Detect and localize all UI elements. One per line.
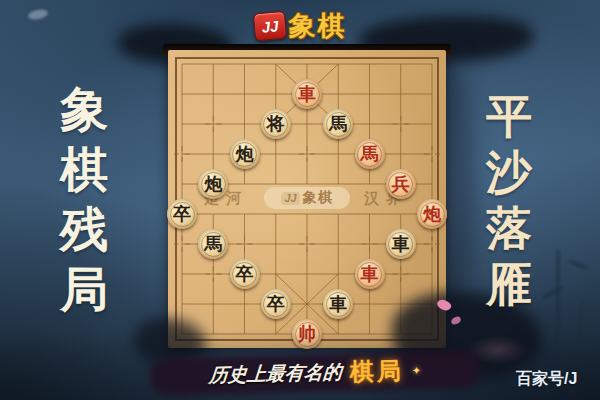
title-char: 象	[60, 80, 108, 140]
jj-logo-icon: JJ	[252, 11, 286, 42]
piece-red-車[interactable]: 車	[292, 79, 322, 109]
title-char: 局	[60, 260, 108, 320]
pieces-layer: 車将馬炮馬炮兵卒炮馬車卒車卒車帅	[168, 50, 446, 348]
jj-xiangqi-logo: JJ 象棋	[0, 8, 600, 44]
xiangqi-board: 楚河 汉界 JJ 象棋 車将馬炮馬炮兵卒炮馬車卒車卒車帅	[168, 50, 446, 348]
logo-title: 象棋	[289, 8, 347, 44]
caption-highlight: 棋局	[349, 355, 404, 388]
left-vertical-title: 象棋残局	[60, 80, 108, 320]
piece-red-炮[interactable]: 炮	[417, 199, 447, 229]
piece-red-車[interactable]: 車	[355, 259, 385, 289]
bamboo-leaf	[540, 284, 565, 301]
piece-black-馬[interactable]: 馬	[323, 109, 353, 139]
title-char: 残	[60, 200, 108, 260]
title-char: 沙	[486, 144, 532, 200]
piece-red-兵[interactable]: 兵	[386, 169, 416, 199]
screenshot-root: JJ 象棋 象棋残局 平沙落雁 楚河 汉界 JJ 象棋 車将馬炮馬炮兵卒炮馬車卒…	[0, 0, 600, 400]
title-char: 平	[486, 88, 532, 144]
right-vertical-title: 平沙落雁	[486, 88, 532, 312]
title-char: 雁	[486, 256, 532, 312]
piece-black-車[interactable]: 車	[386, 229, 416, 259]
piece-black-炮[interactable]: 炮	[198, 169, 228, 199]
title-char: 棋	[60, 140, 108, 200]
baijiahao-watermark: 百家号/J	[516, 369, 577, 390]
bamboo-leaf	[566, 258, 590, 271]
caption-text: 历史上最有名的	[208, 359, 343, 389]
title-char: 落	[486, 200, 532, 256]
piece-red-馬[interactable]: 馬	[355, 139, 385, 169]
piece-black-卒[interactable]: 卒	[230, 259, 260, 289]
piece-black-卒[interactable]: 卒	[261, 289, 291, 319]
piece-black-将[interactable]: 将	[261, 109, 291, 139]
piece-black-車[interactable]: 車	[323, 289, 353, 319]
sparkle-icon: ✦	[412, 364, 422, 377]
piece-black-炮[interactable]: 炮	[230, 139, 260, 169]
piece-black-馬[interactable]: 馬	[198, 229, 228, 259]
piece-black-卒[interactable]: 卒	[167, 199, 197, 229]
